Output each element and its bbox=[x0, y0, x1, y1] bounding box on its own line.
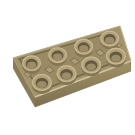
stud-r2-c1 bbox=[32, 74, 52, 94]
stud-r1-c3 bbox=[74, 39, 93, 58]
lego-part-photo bbox=[0, 0, 135, 135]
stud-r2-c3 bbox=[81, 57, 101, 77]
stud-r1-c2 bbox=[48, 47, 67, 66]
photo-canvas bbox=[0, 0, 135, 135]
stud-r1-c4 bbox=[100, 31, 119, 50]
stud-r2-c2 bbox=[57, 65, 77, 85]
stud-r1-c1 bbox=[22, 55, 41, 74]
stud-r2-c4 bbox=[106, 48, 126, 68]
